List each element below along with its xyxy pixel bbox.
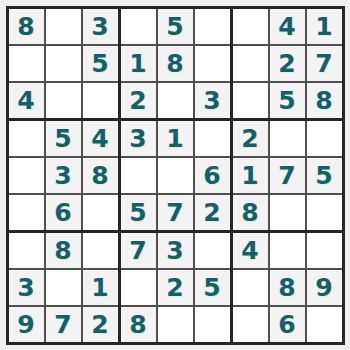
- cell-r2c5: 8: [158, 46, 193, 81]
- cell-r2c2[interactable]: [46, 46, 81, 81]
- cell-r1c6[interactable]: [195, 9, 230, 44]
- cell-r7c5: 3: [158, 233, 193, 268]
- cell-r4c4: 3: [121, 121, 156, 156]
- cell-r6c5: 7: [158, 195, 193, 230]
- cell-r7c1[interactable]: [9, 233, 44, 268]
- cell-r5c7: 1: [233, 158, 268, 193]
- cell-r8c3: 1: [83, 270, 118, 305]
- box-2: 51823: [121, 9, 230, 118]
- box-3: 412758: [233, 9, 342, 118]
- cell-r8c1: 3: [9, 270, 44, 305]
- cell-r5c6: 6: [195, 158, 230, 193]
- cell-r2c6[interactable]: [195, 46, 230, 81]
- cell-r3c4: 2: [121, 83, 156, 118]
- box-7: 831972: [9, 233, 118, 342]
- cell-r3c7[interactable]: [233, 83, 268, 118]
- cell-r1c3: 3: [83, 9, 118, 44]
- cell-r6c4: 5: [121, 195, 156, 230]
- cell-r1c2[interactable]: [46, 9, 81, 44]
- cell-r4c3: 4: [83, 121, 118, 156]
- cell-r9c8: 6: [270, 307, 305, 342]
- cell-r7c7: 4: [233, 233, 268, 268]
- cell-r6c7: 8: [233, 195, 268, 230]
- cell-r9c5[interactable]: [158, 307, 193, 342]
- box-4: 54386: [9, 121, 118, 230]
- cell-r2c1[interactable]: [9, 46, 44, 81]
- cell-r5c2: 3: [46, 158, 81, 193]
- cell-r1c5: 5: [158, 9, 193, 44]
- cell-r3c8: 5: [270, 83, 305, 118]
- cell-r8c9: 9: [307, 270, 342, 305]
- cell-r6c6: 2: [195, 195, 230, 230]
- cell-r1c8: 4: [270, 9, 305, 44]
- cell-r3c1: 4: [9, 83, 44, 118]
- cell-r7c4: 7: [121, 233, 156, 268]
- cell-r9c2: 7: [46, 307, 81, 342]
- cell-r2c8: 2: [270, 46, 305, 81]
- cell-r8c5: 2: [158, 270, 193, 305]
- cell-r9c3: 2: [83, 307, 118, 342]
- cell-r7c8[interactable]: [270, 233, 305, 268]
- cell-r7c3[interactable]: [83, 233, 118, 268]
- cell-r4c2: 5: [46, 121, 81, 156]
- cell-r9c4: 8: [121, 307, 156, 342]
- cell-r8c4[interactable]: [121, 270, 156, 305]
- cell-r5c4[interactable]: [121, 158, 156, 193]
- cell-r1c7[interactable]: [233, 9, 268, 44]
- cell-r1c4[interactable]: [121, 9, 156, 44]
- box-5: 316572: [121, 121, 230, 230]
- cell-r4c1[interactable]: [9, 121, 44, 156]
- cell-r8c6: 5: [195, 270, 230, 305]
- cell-r2c4: 1: [121, 46, 156, 81]
- cell-r6c1[interactable]: [9, 195, 44, 230]
- sudoku-board: 8354518234127585438631657221758831972732…: [6, 6, 345, 345]
- cell-r4c7: 2: [233, 121, 268, 156]
- cell-r9c6[interactable]: [195, 307, 230, 342]
- cell-r5c5[interactable]: [158, 158, 193, 193]
- cell-r6c2: 6: [46, 195, 81, 230]
- cell-r3c3[interactable]: [83, 83, 118, 118]
- cell-r5c9: 5: [307, 158, 342, 193]
- cell-r6c9[interactable]: [307, 195, 342, 230]
- box-9: 4896: [233, 233, 342, 342]
- cell-r8c7[interactable]: [233, 270, 268, 305]
- cell-r8c8: 8: [270, 270, 305, 305]
- cell-r2c7[interactable]: [233, 46, 268, 81]
- box-6: 21758: [233, 121, 342, 230]
- cell-r6c3[interactable]: [83, 195, 118, 230]
- cell-r3c6: 3: [195, 83, 230, 118]
- cell-r5c1[interactable]: [9, 158, 44, 193]
- cell-r3c2[interactable]: [46, 83, 81, 118]
- cell-r2c9: 7: [307, 46, 342, 81]
- cell-r6c8[interactable]: [270, 195, 305, 230]
- cell-r4c5: 1: [158, 121, 193, 156]
- cell-r2c3: 5: [83, 46, 118, 81]
- cell-r3c9: 8: [307, 83, 342, 118]
- cell-r4c9[interactable]: [307, 121, 342, 156]
- cell-r4c8[interactable]: [270, 121, 305, 156]
- cell-r3c5[interactable]: [158, 83, 193, 118]
- box-1: 8354: [9, 9, 118, 118]
- cell-r8c2[interactable]: [46, 270, 81, 305]
- cell-r7c9[interactable]: [307, 233, 342, 268]
- cell-r5c8: 7: [270, 158, 305, 193]
- cell-r5c3: 8: [83, 158, 118, 193]
- cell-r1c9: 1: [307, 9, 342, 44]
- cell-r1c1: 8: [9, 9, 44, 44]
- cell-r9c7[interactable]: [233, 307, 268, 342]
- cell-r9c9[interactable]: [307, 307, 342, 342]
- box-8: 73258: [121, 233, 230, 342]
- cell-r7c2: 8: [46, 233, 81, 268]
- cell-r9c1: 9: [9, 307, 44, 342]
- cell-r4c6[interactable]: [195, 121, 230, 156]
- cell-r7c6[interactable]: [195, 233, 230, 268]
